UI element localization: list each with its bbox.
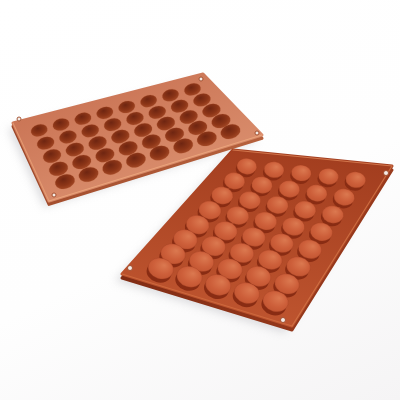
hanging-hole — [199, 77, 203, 81]
hanging-hole — [281, 318, 286, 323]
hanging-hole — [52, 193, 56, 197]
mold-bump-side — [115, 150, 392, 333]
hanging-hole — [384, 171, 389, 176]
scene-svg — [0, 0, 400, 400]
product-photo — [0, 0, 400, 400]
hanging-hole — [17, 117, 21, 121]
hanging-hole — [255, 131, 259, 135]
hanging-hole — [128, 266, 133, 271]
